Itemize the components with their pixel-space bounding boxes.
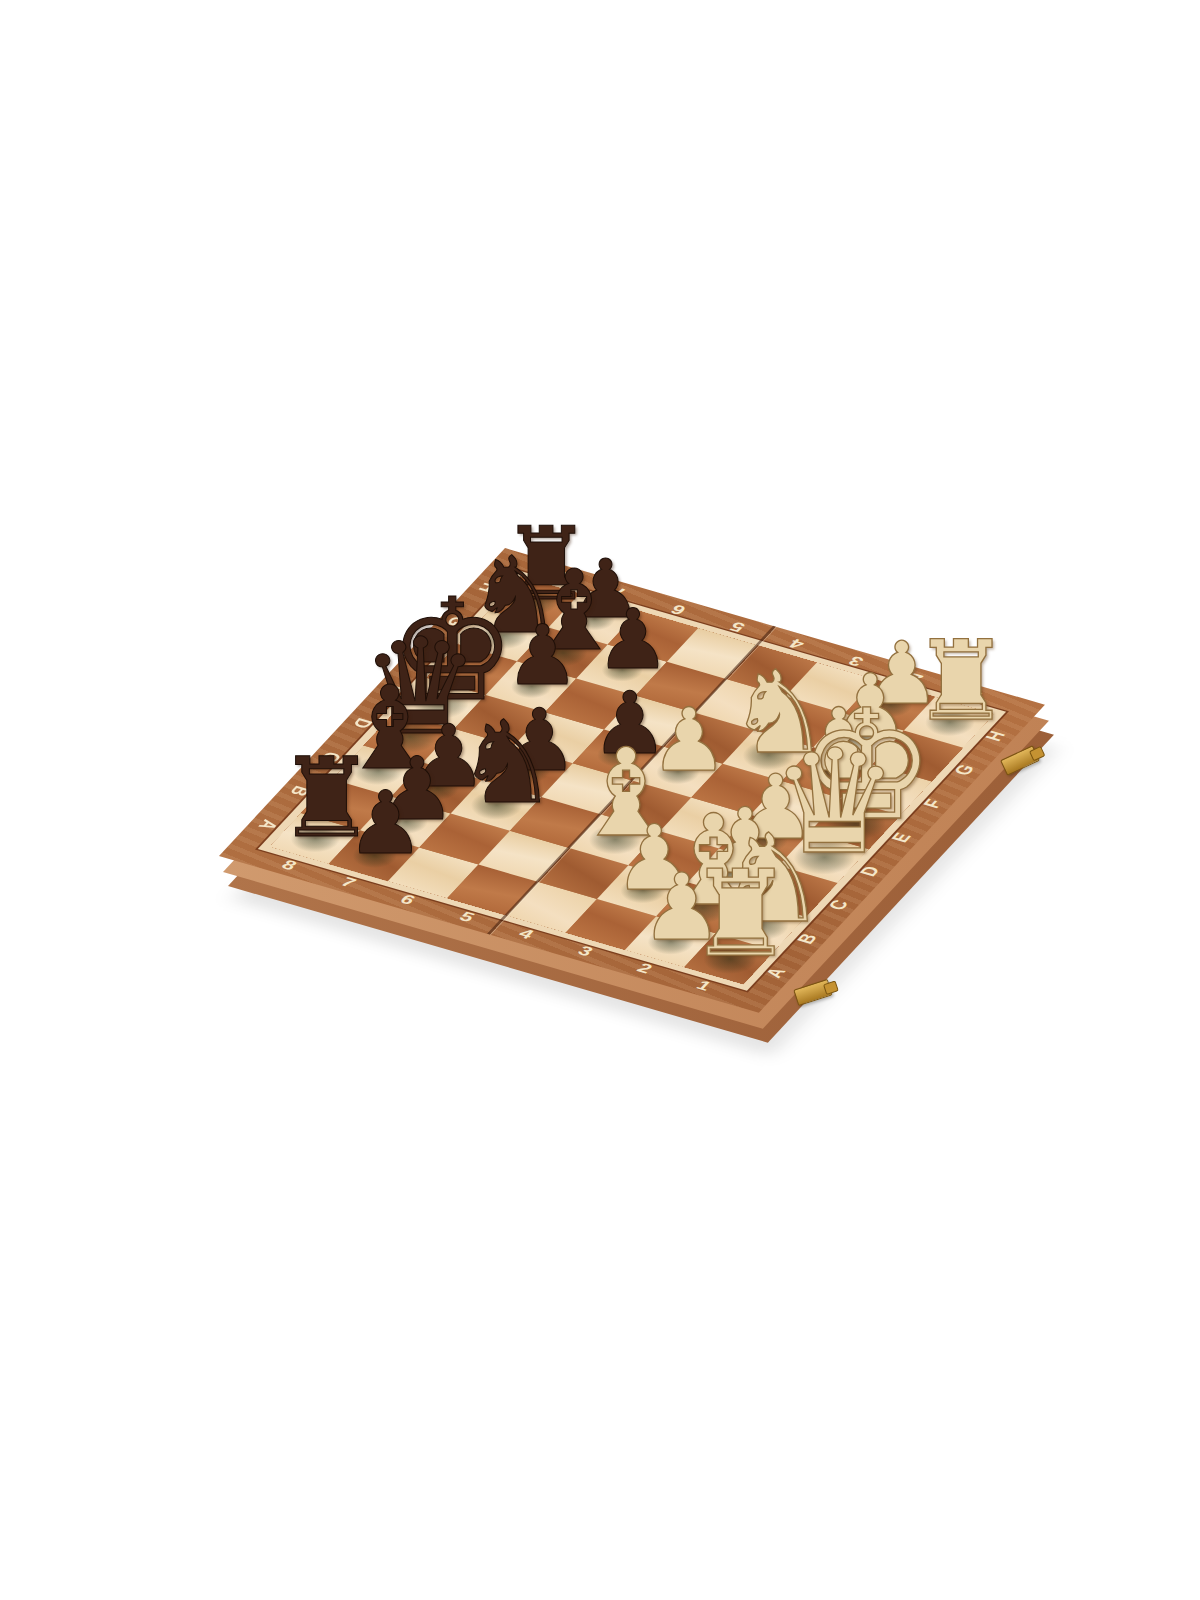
square-c6[interactable]: ♞ bbox=[451, 780, 542, 831]
square-a1[interactable]: ♜ bbox=[684, 933, 775, 984]
piece-white-rook[interactable]: ♜ bbox=[661, 867, 821, 962]
photo-stage: ABCDEFGH ABCDEFGH 87654321 87654321 ♜♝♛♚… bbox=[0, 0, 1200, 1600]
piece-black-pawn[interactable]: ♟ bbox=[553, 607, 713, 673]
chess-board: ABCDEFGH ABCDEFGH 87654321 87654321 ♜♝♛♚… bbox=[219, 548, 1045, 1013]
board-frame: ABCDEFGH ABCDEFGH 87654321 87654321 ♜♝♛♚… bbox=[219, 548, 1045, 1013]
